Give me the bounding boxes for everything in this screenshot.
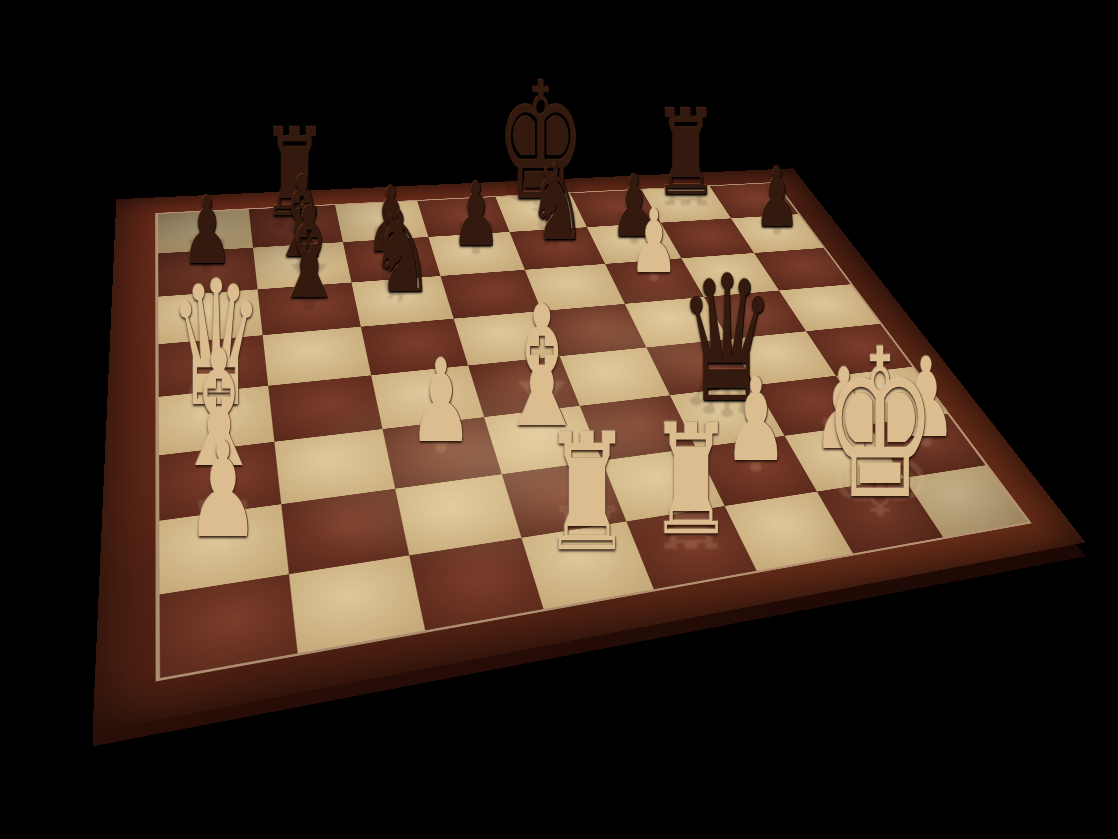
piece-white-king-g1[interactable]: ♚ [823, 322, 938, 528]
piece-black-pawn-h7[interactable]: ♟ [754, 157, 800, 239]
piece-black-knight-e7[interactable]: ♞ [528, 151, 586, 255]
piece-black-knight-c6[interactable]: ♞ [371, 196, 433, 308]
piece-white-pawn-f6[interactable]: ♟ [630, 198, 679, 286]
pieces: ♜♚♜♟♟♞♟♟♝♟♟♞♝♛♛♝♟♟♟♟♝♚♜♟♜♜♚♜♟♟♞♟♟♝♟♟♞♝♛♛… [0, 0, 1118, 839]
scene: ♜♚♜♟♟♞♟♟♝♟♟♞♝♛♛♝♟♟♟♟♝♚♜♟♜♜♚♜♟♟♞♟♟♝♟♟♞♝♛♛… [0, 0, 1118, 839]
piece-white-pawn-f2[interactable]: ♟ [724, 363, 788, 478]
piece-white-rook-d1[interactable]: ♜ [542, 412, 632, 574]
piece-black-pawn-d7[interactable]: ♟ [452, 171, 501, 259]
piece-white-pawn-c3[interactable]: ♟ [409, 344, 473, 459]
piece-black-bishop-b6[interactable]: ♝ [274, 191, 344, 317]
piece-white-pawn-a2[interactable]: ♟ [186, 424, 259, 556]
piece-white-rook-e1[interactable]: ♜ [648, 404, 733, 557]
